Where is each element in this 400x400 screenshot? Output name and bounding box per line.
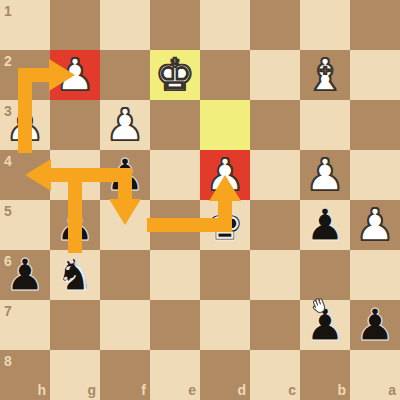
square-g1[interactable] [50,0,100,50]
square-d6[interactable] [200,250,250,300]
square-d5[interactable]: ♚ [200,200,250,250]
square-h8[interactable]: 8h [0,350,50,400]
rank-label-1: 1 [4,4,12,18]
square-d8[interactable]: d [200,350,250,400]
file-label-c: c [288,383,296,397]
square-g2[interactable]: ♟ [50,50,100,100]
square-g7[interactable] [50,300,100,350]
square-f5[interactable] [100,200,150,250]
chess-board[interactable]: 12♟♚♝3♟♟4♟♟♟5♟♚♟♟6♟♞7♟♟8hgfedcba [0,0,400,400]
square-b1[interactable] [300,0,350,50]
piece-bP-a7[interactable]: ♟ [350,300,400,350]
square-e7[interactable] [150,300,200,350]
square-b7[interactable]: ♟ [300,300,350,350]
piece-bP-b7[interactable]: ♟ [300,300,350,350]
square-f4[interactable]: ♟ [100,150,150,200]
square-f6[interactable] [100,250,150,300]
file-label-d: d [237,383,246,397]
square-a3[interactable] [350,100,400,150]
square-b6[interactable] [300,250,350,300]
square-a2[interactable] [350,50,400,100]
square-b8[interactable]: b [300,350,350,400]
square-h5[interactable]: 5 [0,200,50,250]
square-a1[interactable] [350,0,400,50]
piece-bP-g5[interactable]: ♟ [50,200,100,250]
square-c7[interactable] [250,300,300,350]
piece-bP-h6[interactable]: ♟ [0,250,50,300]
square-f1[interactable] [100,0,150,50]
piece-wP-b4[interactable]: ♟ [300,150,350,200]
square-c6[interactable] [250,250,300,300]
square-h7[interactable]: 7 [0,300,50,350]
square-a5[interactable]: ♟ [350,200,400,250]
square-b5[interactable]: ♟ [300,200,350,250]
square-e1[interactable] [150,0,200,50]
square-e6[interactable] [150,250,200,300]
piece-wP-g2[interactable]: ♟ [50,50,100,100]
square-a8[interactable]: a [350,350,400,400]
square-c2[interactable] [250,50,300,100]
square-e5[interactable] [150,200,200,250]
square-b3[interactable] [300,100,350,150]
file-label-g: g [87,383,96,397]
square-h4[interactable]: 4 [0,150,50,200]
square-c3[interactable] [250,100,300,150]
piece-bK-d5[interactable]: ♚ [200,200,250,250]
square-g3[interactable] [50,100,100,150]
square-d4[interactable]: ♟ [200,150,250,200]
square-g6[interactable]: ♞ [50,250,100,300]
piece-bP-b5[interactable]: ♟ [300,200,350,250]
square-h1[interactable]: 1 [0,0,50,50]
square-c5[interactable] [250,200,300,250]
square-f7[interactable] [100,300,150,350]
square-b2[interactable]: ♝ [300,50,350,100]
piece-wK-e2[interactable]: ♚ [150,50,200,100]
square-f3[interactable]: ♟ [100,100,150,150]
square-g4[interactable] [50,150,100,200]
square-d2[interactable] [200,50,250,100]
square-h3[interactable]: 3♟ [0,100,50,150]
square-e4[interactable] [150,150,200,200]
rank-label-8: 8 [4,354,12,368]
square-f2[interactable] [100,50,150,100]
rank-label-2: 2 [4,54,12,68]
square-b4[interactable]: ♟ [300,150,350,200]
square-g8[interactable]: g [50,350,100,400]
square-e2[interactable]: ♚ [150,50,200,100]
file-label-a: a [388,383,396,397]
square-f8[interactable]: f [100,350,150,400]
piece-wP-d4[interactable]: ♟ [200,150,250,200]
square-e8[interactable]: e [150,350,200,400]
square-d7[interactable] [200,300,250,350]
file-label-f: f [141,383,146,397]
square-c4[interactable] [250,150,300,200]
piece-wP-h3[interactable]: ♟ [0,100,50,150]
square-c8[interactable]: c [250,350,300,400]
piece-wP-a5[interactable]: ♟ [350,200,400,250]
rank-label-4: 4 [4,154,12,168]
square-a6[interactable] [350,250,400,300]
square-d1[interactable] [200,0,250,50]
piece-wP-f3[interactable]: ♟ [100,100,150,150]
square-h2[interactable]: 2 [0,50,50,100]
square-g5[interactable]: ♟ [50,200,100,250]
square-h6[interactable]: 6♟ [0,250,50,300]
square-d3[interactable] [200,100,250,150]
square-e3[interactable] [150,100,200,150]
rank-label-7: 7 [4,304,12,318]
rank-label-5: 5 [4,204,12,218]
file-label-e: e [188,383,196,397]
piece-bN-g6[interactable]: ♞ [50,250,100,300]
square-a4[interactable] [350,150,400,200]
square-a7[interactable]: ♟ [350,300,400,350]
piece-bP-f4[interactable]: ♟ [100,150,150,200]
square-c1[interactable] [250,0,300,50]
file-label-h: h [37,383,46,397]
file-label-b: b [337,383,346,397]
piece-wB-b2[interactable]: ♝ [300,50,350,100]
